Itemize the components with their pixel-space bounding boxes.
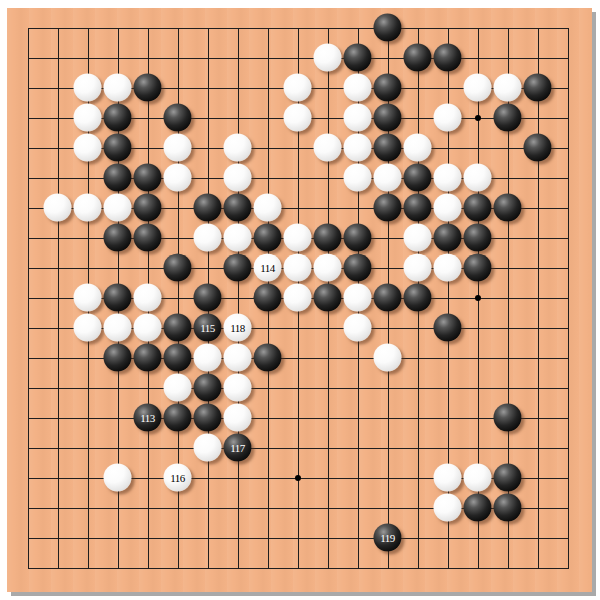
stone-white: [284, 284, 312, 312]
stone-black: [434, 44, 462, 72]
stone-white: [284, 254, 312, 282]
stone-white: [104, 194, 132, 222]
stone-black: [134, 224, 162, 252]
stone-black: [194, 404, 222, 432]
page: 114115118113117116119: [0, 0, 600, 600]
stone-white: [344, 164, 372, 192]
stone-white: [404, 134, 432, 162]
stone-black: [464, 494, 492, 522]
star-point: [295, 475, 301, 481]
stone-white: [464, 464, 492, 492]
stone-black: [494, 104, 522, 132]
stone-black: [194, 374, 222, 402]
stone-white: [434, 254, 462, 282]
stone-black: [134, 74, 162, 102]
grid-line-horizontal: [28, 538, 569, 539]
stone-black: [344, 254, 372, 282]
stone-white: [464, 164, 492, 192]
stone-white: [374, 164, 402, 192]
stone-white: [344, 314, 372, 342]
stone-white: [74, 194, 102, 222]
stone-white: [284, 224, 312, 252]
stone-black: 115: [194, 314, 222, 342]
stone-white: [44, 194, 72, 222]
stone-black: [494, 404, 522, 432]
stone-white: [434, 194, 462, 222]
stone-white: [404, 224, 432, 252]
stone-black: [224, 194, 252, 222]
stone-black: [104, 104, 132, 132]
stone-white: [284, 74, 312, 102]
star-point: [475, 115, 481, 121]
star-point: [475, 295, 481, 301]
stone-black: [194, 194, 222, 222]
stone-black: [464, 254, 492, 282]
stone-black: [374, 74, 402, 102]
move-number-label: 116: [170, 472, 185, 483]
stone-black: [494, 194, 522, 222]
stone-black: 119: [374, 524, 402, 552]
stone-black: [134, 194, 162, 222]
grid-line-horizontal: [28, 448, 569, 449]
stone-black: [164, 254, 192, 282]
stone-black: [194, 284, 222, 312]
stone-black: [254, 344, 282, 372]
stone-white: [434, 464, 462, 492]
stone-black: [314, 224, 342, 252]
stone-white: [74, 104, 102, 132]
stone-black: [164, 404, 192, 432]
stone-white: [344, 74, 372, 102]
stone-black: [464, 224, 492, 252]
stone-black: [434, 224, 462, 252]
stone-white: [194, 434, 222, 462]
stone-white: [224, 344, 252, 372]
stone-white: [104, 314, 132, 342]
move-number-label: 114: [260, 262, 275, 273]
stone-white: 114: [254, 254, 282, 282]
stone-white: [224, 404, 252, 432]
stone-white: [224, 224, 252, 252]
grid-line-horizontal: [28, 568, 569, 569]
stone-black: [434, 314, 462, 342]
stone-white: [104, 74, 132, 102]
stone-black: [164, 314, 192, 342]
stone-white: [164, 134, 192, 162]
stone-white: [344, 134, 372, 162]
stone-white: [74, 134, 102, 162]
stone-white: [404, 254, 432, 282]
stone-black: [104, 224, 132, 252]
stone-black: [374, 194, 402, 222]
grid-line-vertical: [568, 28, 569, 569]
move-number-label: 117: [230, 442, 245, 453]
stone-white: [104, 464, 132, 492]
stone-black: 117: [224, 434, 252, 462]
stone-black: [404, 44, 432, 72]
stone-black: [374, 14, 402, 42]
stone-white: [134, 314, 162, 342]
stone-white: [194, 344, 222, 372]
stone-black: [254, 224, 282, 252]
stone-black: [164, 344, 192, 372]
stone-black: [464, 194, 492, 222]
stone-black: [494, 464, 522, 492]
stone-white: [344, 284, 372, 312]
stone-white: [284, 104, 312, 132]
stone-black: [164, 104, 192, 132]
go-board[interactable]: 114115118113117116119: [7, 8, 592, 592]
stone-white: [74, 314, 102, 342]
stone-white: [494, 74, 522, 102]
grid-line-horizontal: [28, 388, 569, 389]
stone-white: 116: [164, 464, 192, 492]
stone-black: [104, 134, 132, 162]
stone-black: [134, 344, 162, 372]
stone-white: [224, 134, 252, 162]
stone-black: [404, 164, 432, 192]
stone-black: [104, 284, 132, 312]
stone-white: [314, 44, 342, 72]
stone-white: 118: [224, 314, 252, 342]
move-number-label: 119: [380, 532, 395, 543]
stone-black: [374, 284, 402, 312]
move-number-label: 118: [230, 322, 245, 333]
grid-line-vertical: [538, 28, 539, 569]
stone-white: [434, 104, 462, 132]
stone-white: [464, 74, 492, 102]
stone-black: [224, 254, 252, 282]
stone-white: [224, 374, 252, 402]
stone-white: [224, 164, 252, 192]
stone-black: [104, 164, 132, 192]
stone-black: [344, 44, 372, 72]
stone-black: [344, 224, 372, 252]
stone-black: [314, 284, 342, 312]
stone-white: [344, 104, 372, 132]
stone-white: [74, 284, 102, 312]
stone-black: [374, 104, 402, 132]
move-number-label: 113: [140, 412, 155, 423]
stone-white: [134, 284, 162, 312]
stone-white: [374, 344, 402, 372]
stone-black: [524, 134, 552, 162]
stone-white: [164, 374, 192, 402]
stone-black: [494, 494, 522, 522]
stone-white: [434, 494, 462, 522]
stone-black: 113: [134, 404, 162, 432]
stone-white: [74, 74, 102, 102]
stone-black: [404, 284, 432, 312]
stone-black: [104, 344, 132, 372]
stone-black: [404, 194, 432, 222]
stone-black: [254, 284, 282, 312]
move-number-label: 115: [200, 322, 215, 333]
stone-white: [254, 194, 282, 222]
stone-black: [524, 74, 552, 102]
stone-white: [194, 224, 222, 252]
stone-black: [134, 164, 162, 192]
stone-white: [314, 254, 342, 282]
stone-black: [374, 134, 402, 162]
stone-white: [314, 134, 342, 162]
stone-white: [164, 164, 192, 192]
grid-line-horizontal: [28, 418, 569, 419]
stone-white: [434, 164, 462, 192]
